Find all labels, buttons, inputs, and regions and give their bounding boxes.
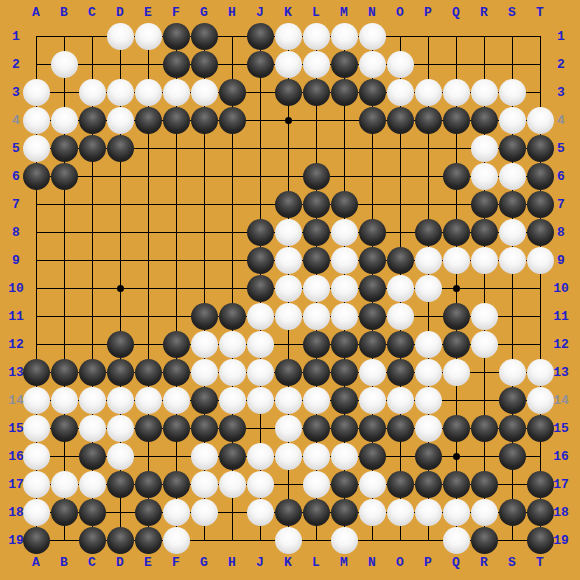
stone-S3-white	[499, 79, 526, 106]
stone-T5-black	[527, 135, 554, 162]
stone-R12-white	[471, 331, 498, 358]
col-label-top-E: E	[144, 6, 152, 19]
stone-S7-black	[499, 191, 526, 218]
stone-F19-white	[163, 527, 190, 554]
stone-N11-black	[359, 303, 386, 330]
stone-A19-black	[23, 527, 50, 554]
col-label-bottom-C: C	[88, 556, 96, 569]
row-label-right-3: 3	[557, 86, 565, 99]
stone-E15-black	[135, 415, 162, 442]
stone-D4-white	[107, 107, 134, 134]
stone-M9-white	[331, 247, 358, 274]
stone-D17-black	[107, 471, 134, 498]
stone-R19-black	[471, 527, 498, 554]
stone-B15-black	[51, 415, 78, 442]
stone-J1-black	[247, 23, 274, 50]
stone-O9-black	[387, 247, 414, 274]
stone-F15-black	[163, 415, 190, 442]
stone-K14-white	[275, 387, 302, 414]
row-label-right-19: 19	[553, 534, 569, 547]
stone-L2-white	[303, 51, 330, 78]
stone-S9-white	[499, 247, 526, 274]
col-label-top-S: S	[508, 6, 516, 19]
stone-Q12-black	[443, 331, 470, 358]
stone-T8-black	[527, 219, 554, 246]
stone-M19-white	[331, 527, 358, 554]
col-label-top-R: R	[480, 6, 488, 19]
stone-L16-white	[303, 443, 330, 470]
stone-R17-black	[471, 471, 498, 498]
row-label-left-10: 10	[8, 282, 24, 295]
row-label-left-8: 8	[12, 226, 20, 239]
stone-B5-black	[51, 135, 78, 162]
row-label-right-6: 6	[557, 170, 565, 183]
stone-P16-black	[415, 443, 442, 470]
stone-G14-black	[191, 387, 218, 414]
row-label-left-5: 5	[12, 142, 20, 155]
stone-J18-white	[247, 499, 274, 526]
col-label-top-D: D	[116, 6, 124, 19]
row-label-left-17: 17	[8, 478, 24, 491]
stone-C14-white	[79, 387, 106, 414]
stone-M11-white	[331, 303, 358, 330]
stone-K16-white	[275, 443, 302, 470]
stone-P12-white	[415, 331, 442, 358]
stone-M2-black	[331, 51, 358, 78]
stone-P10-white	[415, 275, 442, 302]
stone-J10-black	[247, 275, 274, 302]
stone-T15-black	[527, 415, 554, 442]
col-label-bottom-H: H	[228, 556, 236, 569]
stone-M15-black	[331, 415, 358, 442]
stone-F14-white	[163, 387, 190, 414]
stone-J16-white	[247, 443, 274, 470]
stone-T14-white	[527, 387, 554, 414]
stone-B18-black	[51, 499, 78, 526]
stone-Q8-black	[443, 219, 470, 246]
stone-O15-black	[387, 415, 414, 442]
stone-L15-black	[303, 415, 330, 442]
row-label-right-2: 2	[557, 58, 565, 71]
row-label-right-8: 8	[557, 226, 565, 239]
stone-E4-black	[135, 107, 162, 134]
col-label-top-B: B	[60, 6, 68, 19]
stone-S6-white	[499, 163, 526, 190]
col-label-bottom-K: K	[284, 556, 292, 569]
stone-N14-white	[359, 387, 386, 414]
stone-S8-white	[499, 219, 526, 246]
stone-B13-black	[51, 359, 78, 386]
stone-A17-white	[23, 471, 50, 498]
col-label-bottom-P: P	[424, 556, 432, 569]
stone-C5-black	[79, 135, 106, 162]
stone-R5-white	[471, 135, 498, 162]
stone-Q3-white	[443, 79, 470, 106]
stone-G3-white	[191, 79, 218, 106]
stone-H17-white	[219, 471, 246, 498]
row-label-left-18: 18	[8, 506, 24, 519]
stone-G13-white	[191, 359, 218, 386]
stone-H14-white	[219, 387, 246, 414]
stone-E17-black	[135, 471, 162, 498]
stone-D5-black	[107, 135, 134, 162]
stone-N9-black	[359, 247, 386, 274]
stone-R15-black	[471, 415, 498, 442]
stone-J9-black	[247, 247, 274, 274]
stone-D19-black	[107, 527, 134, 554]
stone-N8-black	[359, 219, 386, 246]
stone-E1-white	[135, 23, 162, 50]
stone-P4-black	[415, 107, 442, 134]
col-label-top-A: A	[32, 6, 40, 19]
row-label-right-16: 16	[553, 450, 569, 463]
stone-B4-white	[51, 107, 78, 134]
stone-F2-black	[163, 51, 190, 78]
stone-L7-black	[303, 191, 330, 218]
stone-C4-black	[79, 107, 106, 134]
col-label-top-T: T	[536, 6, 544, 19]
stone-G18-white	[191, 499, 218, 526]
stone-G15-black	[191, 415, 218, 442]
stone-C3-white	[79, 79, 106, 106]
stone-L17-white	[303, 471, 330, 498]
stone-R4-black	[471, 107, 498, 134]
stone-P3-white	[415, 79, 442, 106]
row-label-left-19: 19	[8, 534, 24, 547]
stone-S14-black	[499, 387, 526, 414]
stone-R6-white	[471, 163, 498, 190]
stone-N17-white	[359, 471, 386, 498]
stone-Q19-white	[443, 527, 470, 554]
stone-J14-white	[247, 387, 274, 414]
stone-Q4-black	[443, 107, 470, 134]
col-label-top-P: P	[424, 6, 432, 19]
col-label-top-Q: Q	[452, 6, 460, 19]
row-label-left-4: 4	[12, 114, 20, 127]
stone-M12-black	[331, 331, 358, 358]
stone-F17-black	[163, 471, 190, 498]
stone-K10-white	[275, 275, 302, 302]
stone-A6-black	[23, 163, 50, 190]
stone-K7-black	[275, 191, 302, 218]
stone-N12-black	[359, 331, 386, 358]
stone-R11-white	[471, 303, 498, 330]
stone-G16-white	[191, 443, 218, 470]
stone-O18-white	[387, 499, 414, 526]
stone-A3-white	[23, 79, 50, 106]
stone-G4-black	[191, 107, 218, 134]
stone-K3-black	[275, 79, 302, 106]
stone-T9-white	[527, 247, 554, 274]
stone-O17-black	[387, 471, 414, 498]
col-label-top-G: G	[200, 6, 208, 19]
stone-S4-white	[499, 107, 526, 134]
stone-R3-white	[471, 79, 498, 106]
row-label-right-11: 11	[553, 310, 569, 323]
stone-F3-white	[163, 79, 190, 106]
stone-L1-white	[303, 23, 330, 50]
row-label-left-2: 2	[12, 58, 20, 71]
col-label-bottom-N: N	[368, 556, 376, 569]
col-label-top-H: H	[228, 6, 236, 19]
stone-S15-black	[499, 415, 526, 442]
row-label-left-16: 16	[8, 450, 24, 463]
row-label-right-15: 15	[553, 422, 569, 435]
stone-H11-black	[219, 303, 246, 330]
row-label-right-5: 5	[557, 142, 565, 155]
stone-A5-white	[23, 135, 50, 162]
stone-P18-white	[415, 499, 442, 526]
stone-O2-white	[387, 51, 414, 78]
stone-G11-black	[191, 303, 218, 330]
row-label-right-18: 18	[553, 506, 569, 519]
stone-T4-white	[527, 107, 554, 134]
col-label-bottom-G: G	[200, 556, 208, 569]
col-label-top-K: K	[284, 6, 292, 19]
stone-F13-black	[163, 359, 190, 386]
col-label-top-F: F	[172, 6, 180, 19]
stone-M7-black	[331, 191, 358, 218]
stone-N13-white	[359, 359, 386, 386]
stone-Q9-white	[443, 247, 470, 274]
stone-N4-black	[359, 107, 386, 134]
row-label-left-7: 7	[12, 198, 20, 211]
row-label-left-9: 9	[12, 254, 20, 267]
stone-C15-white	[79, 415, 106, 442]
stone-R8-black	[471, 219, 498, 246]
stone-F1-black	[163, 23, 190, 50]
row-label-right-17: 17	[553, 478, 569, 491]
col-label-bottom-M: M	[340, 556, 348, 569]
stone-M1-white	[331, 23, 358, 50]
stone-A13-black	[23, 359, 50, 386]
stone-E18-black	[135, 499, 162, 526]
stone-L18-black	[303, 499, 330, 526]
col-label-bottom-D: D	[116, 556, 124, 569]
stone-B14-white	[51, 387, 78, 414]
row-label-left-13: 13	[8, 366, 24, 379]
stone-K13-black	[275, 359, 302, 386]
stone-D1-white	[107, 23, 134, 50]
stone-J12-white	[247, 331, 274, 358]
col-label-bottom-E: E	[144, 556, 152, 569]
stone-E3-white	[135, 79, 162, 106]
stone-P14-white	[415, 387, 442, 414]
col-label-bottom-B: B	[60, 556, 68, 569]
stone-P17-black	[415, 471, 442, 498]
stone-Q18-white	[443, 499, 470, 526]
stone-T6-black	[527, 163, 554, 190]
stone-N3-black	[359, 79, 386, 106]
row-label-right-13: 13	[553, 366, 569, 379]
stone-M10-white	[331, 275, 358, 302]
row-label-left-11: 11	[8, 310, 24, 323]
stone-H12-white	[219, 331, 246, 358]
stone-K15-white	[275, 415, 302, 442]
stone-Q15-black	[443, 415, 470, 442]
row-label-right-9: 9	[557, 254, 565, 267]
col-label-top-O: O	[396, 6, 404, 19]
stone-H15-black	[219, 415, 246, 442]
stone-N15-black	[359, 415, 386, 442]
row-label-right-1: 1	[557, 30, 565, 43]
stone-O4-black	[387, 107, 414, 134]
col-label-bottom-Q: Q	[452, 556, 460, 569]
stone-C17-white	[79, 471, 106, 498]
stone-C19-black	[79, 527, 106, 554]
stone-M17-black	[331, 471, 358, 498]
col-label-bottom-A: A	[32, 556, 40, 569]
stone-A14-white	[23, 387, 50, 414]
stone-G17-white	[191, 471, 218, 498]
stone-M16-white	[331, 443, 358, 470]
row-label-right-10: 10	[553, 282, 569, 295]
stone-H16-black	[219, 443, 246, 470]
stone-T13-white	[527, 359, 554, 386]
stone-N16-black	[359, 443, 386, 470]
stone-Q17-black	[443, 471, 470, 498]
row-label-left-6: 6	[12, 170, 20, 183]
row-label-right-14: 14	[553, 394, 569, 407]
stone-B2-white	[51, 51, 78, 78]
stone-D12-black	[107, 331, 134, 358]
stone-J8-black	[247, 219, 274, 246]
stone-T18-black	[527, 499, 554, 526]
stone-M18-black	[331, 499, 358, 526]
stone-K18-black	[275, 499, 302, 526]
stone-G12-white	[191, 331, 218, 358]
stone-L10-white	[303, 275, 330, 302]
stone-H13-white	[219, 359, 246, 386]
stone-F12-black	[163, 331, 190, 358]
stone-J2-black	[247, 51, 274, 78]
star-point-D10	[117, 285, 124, 292]
stone-Q6-black	[443, 163, 470, 190]
stone-C18-black	[79, 499, 106, 526]
row-label-left-3: 3	[12, 86, 20, 99]
stone-S5-black	[499, 135, 526, 162]
row-label-left-14: 14	[8, 394, 24, 407]
stone-D13-black	[107, 359, 134, 386]
stone-C13-black	[79, 359, 106, 386]
col-label-bottom-O: O	[396, 556, 404, 569]
col-label-bottom-R: R	[480, 556, 488, 569]
stone-K2-white	[275, 51, 302, 78]
stone-P13-white	[415, 359, 442, 386]
stone-D16-white	[107, 443, 134, 470]
stone-N18-white	[359, 499, 386, 526]
stone-L9-black	[303, 247, 330, 274]
stone-D14-white	[107, 387, 134, 414]
go-board-app: AABBCCDDEEFFGGHHJJKKLLMMNNOOPPQQRRSSTT11…	[0, 0, 580, 580]
stone-S13-white	[499, 359, 526, 386]
stone-D3-white	[107, 79, 134, 106]
stone-L11-white	[303, 303, 330, 330]
stone-L3-black	[303, 79, 330, 106]
stone-G2-black	[191, 51, 218, 78]
stone-L13-black	[303, 359, 330, 386]
star-point-K4	[285, 117, 292, 124]
stone-O10-white	[387, 275, 414, 302]
stone-O13-black	[387, 359, 414, 386]
star-point-Q16	[453, 453, 460, 460]
stone-J13-white	[247, 359, 274, 386]
stone-R9-white	[471, 247, 498, 274]
col-label-top-N: N	[368, 6, 376, 19]
stone-E19-black	[135, 527, 162, 554]
stone-M8-white	[331, 219, 358, 246]
stone-N2-white	[359, 51, 386, 78]
row-label-right-12: 12	[553, 338, 569, 351]
stone-K9-white	[275, 247, 302, 274]
stone-D15-white	[107, 415, 134, 442]
stone-J11-white	[247, 303, 274, 330]
stone-E14-white	[135, 387, 162, 414]
stone-A4-white	[23, 107, 50, 134]
stone-N10-black	[359, 275, 386, 302]
stone-L14-white	[303, 387, 330, 414]
row-label-left-15: 15	[8, 422, 24, 435]
stone-K1-white	[275, 23, 302, 50]
stone-H3-black	[219, 79, 246, 106]
row-label-left-1: 1	[12, 30, 20, 43]
stone-Q11-black	[443, 303, 470, 330]
stone-K19-white	[275, 527, 302, 554]
stone-O12-black	[387, 331, 414, 358]
col-label-bottom-F: F	[172, 556, 180, 569]
stone-M14-black	[331, 387, 358, 414]
col-label-top-M: M	[340, 6, 348, 19]
stone-P15-white	[415, 415, 442, 442]
stone-T17-black	[527, 471, 554, 498]
stone-B17-white	[51, 471, 78, 498]
stone-L6-black	[303, 163, 330, 190]
stone-A15-white	[23, 415, 50, 442]
stone-E13-black	[135, 359, 162, 386]
stone-L8-black	[303, 219, 330, 246]
stone-T19-black	[527, 527, 554, 554]
stone-K8-white	[275, 219, 302, 246]
stone-M13-black	[331, 359, 358, 386]
stone-G1-black	[191, 23, 218, 50]
row-label-left-12: 12	[8, 338, 24, 351]
star-point-Q10	[453, 285, 460, 292]
stone-R7-black	[471, 191, 498, 218]
stone-O14-white	[387, 387, 414, 414]
stone-O11-white	[387, 303, 414, 330]
stone-C16-black	[79, 443, 106, 470]
stone-P9-white	[415, 247, 442, 274]
col-label-bottom-T: T	[536, 556, 544, 569]
stone-H4-black	[219, 107, 246, 134]
stone-S18-black	[499, 499, 526, 526]
stone-P8-black	[415, 219, 442, 246]
stone-K11-white	[275, 303, 302, 330]
stone-M3-black	[331, 79, 358, 106]
col-label-bottom-J: J	[256, 556, 264, 569]
col-label-bottom-L: L	[312, 556, 320, 569]
stone-Q13-white	[443, 359, 470, 386]
stone-F4-black	[163, 107, 190, 134]
col-label-top-L: L	[312, 6, 320, 19]
stone-A16-white	[23, 443, 50, 470]
row-label-right-4: 4	[557, 114, 565, 127]
col-label-bottom-S: S	[508, 556, 516, 569]
stone-L12-black	[303, 331, 330, 358]
stone-T7-black	[527, 191, 554, 218]
row-label-right-7: 7	[557, 198, 565, 211]
stone-R18-white	[471, 499, 498, 526]
